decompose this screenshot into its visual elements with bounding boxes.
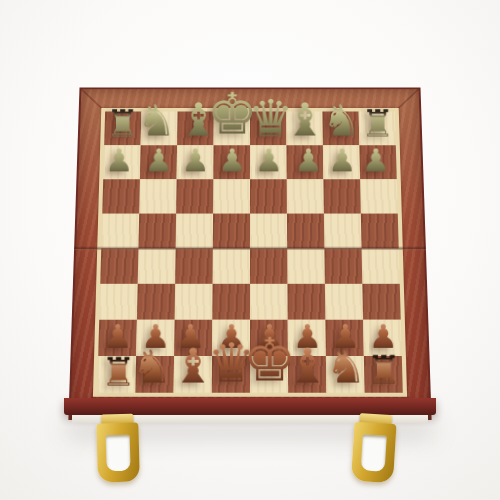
square-e5[interactable]: [250, 214, 287, 249]
square-e6[interactable]: [250, 179, 287, 213]
square-b1[interactable]: ♞: [135, 356, 174, 393]
square-h1[interactable]: ♜: [364, 356, 403, 393]
square-c5[interactable]: [176, 214, 213, 249]
square-c7[interactable]: ♟: [177, 145, 214, 179]
bronze-pawn-h7[interactable]: ♟: [361, 145, 389, 177]
square-h4[interactable]: [362, 248, 400, 283]
square-e3[interactable]: [250, 284, 288, 320]
square-d3[interactable]: [212, 284, 250, 320]
square-d4[interactable]: [213, 248, 250, 283]
square-c6[interactable]: [176, 179, 213, 213]
square-c3[interactable]: [175, 284, 213, 320]
bronze-knight-b8[interactable]: ♞: [137, 99, 176, 142]
bronze-pawn-f7[interactable]: ♟: [294, 145, 322, 177]
bronze-rook-a8[interactable]: ♜: [106, 105, 140, 142]
square-b6[interactable]: [139, 179, 176, 213]
square-f4[interactable]: [287, 248, 325, 283]
square-b7[interactable]: ♟: [140, 145, 177, 179]
square-g1[interactable]: ♞: [326, 356, 365, 393]
square-d6[interactable]: [213, 179, 250, 213]
square-d8[interactable]: ♚: [214, 112, 250, 146]
square-c4[interactable]: [175, 248, 213, 283]
square-a7[interactable]: ♟: [103, 145, 140, 179]
board-front-edge: [64, 398, 436, 415]
square-d7[interactable]: ♟: [213, 145, 250, 179]
square-b8[interactable]: ♞: [141, 112, 178, 146]
square-g5[interactable]: [324, 214, 362, 249]
square-g8[interactable]: ♞: [322, 112, 359, 146]
square-c1[interactable]: ♝: [174, 356, 212, 393]
copper-rook-a1[interactable]: ♜: [101, 353, 136, 392]
square-g3[interactable]: [325, 284, 363, 320]
square-b4[interactable]: [138, 248, 176, 283]
clasp-hole: [361, 434, 387, 471]
bronze-rook-h8[interactable]: ♜: [361, 105, 395, 142]
square-g6[interactable]: [323, 179, 360, 213]
square-g7[interactable]: ♟: [323, 145, 360, 179]
board-grid: ♜♞♝♚♛♝♞♜♟♟♟♟♟♟♟♟♟♟♟♟♟♟♟♟♜♞♝♛♚♝♞♜: [97, 112, 403, 393]
photo-background: ♜♞♝♚♛♝♞♜♟♟♟♟♟♟♟♟♟♟♟♟♟♟♟♟♜♞♝♛♚♝♞♜: [0, 0, 500, 500]
bronze-queen-e8[interactable]: ♛: [247, 93, 293, 144]
square-a1[interactable]: ♜: [97, 356, 136, 393]
square-f5[interactable]: [287, 214, 324, 249]
clasp-hole: [106, 435, 131, 472]
bronze-pawn-c7[interactable]: ♟: [181, 145, 209, 177]
chess-set: ♜♞♝♚♛♝♞♜♟♟♟♟♟♟♟♟♟♟♟♟♟♟♟♟♜♞♝♛♚♝♞♜: [68, 87, 431, 420]
copper-rook-h1[interactable]: ♜: [366, 351, 401, 390]
bronze-pawn-d7[interactable]: ♟: [217, 145, 245, 177]
square-f1[interactable]: ♝: [288, 356, 326, 393]
square-b3[interactable]: [137, 284, 175, 320]
brass-clasp-left: [96, 413, 140, 482]
bronze-pawn-a7[interactable]: ♟: [104, 145, 132, 177]
board-border: ♜♞♝♚♛♝♞♜♟♟♟♟♟♟♟♟♟♟♟♟♟♟♟♟♜♞♝♛♚♝♞♜: [93, 108, 407, 397]
square-h5[interactable]: [361, 214, 399, 249]
square-a5[interactable]: [101, 214, 139, 249]
bronze-knight-g8[interactable]: ♞: [322, 99, 361, 142]
square-e7[interactable]: ♟: [250, 145, 287, 179]
square-h8[interactable]: ♜: [359, 112, 396, 146]
copper-pawn-a2[interactable]: ♟: [103, 320, 132, 353]
square-h7[interactable]: ♟: [359, 145, 396, 179]
square-e4[interactable]: [250, 248, 287, 283]
copper-bishop-f1[interactable]: ♝: [286, 342, 329, 389]
bronze-pawn-e7[interactable]: ♟: [254, 145, 282, 177]
square-h6[interactable]: [360, 179, 398, 213]
square-h3[interactable]: [362, 284, 400, 320]
copper-knight-b1[interactable]: ♞: [131, 344, 172, 389]
square-a8[interactable]: ♜: [104, 112, 141, 146]
square-f7[interactable]: ♟: [286, 145, 323, 179]
square-a3[interactable]: [99, 284, 137, 320]
bronze-pawn-g7[interactable]: ♟: [327, 145, 355, 177]
square-f6[interactable]: [287, 179, 324, 213]
square-e8[interactable]: ♛: [250, 112, 286, 146]
square-e1[interactable]: ♚: [250, 356, 288, 393]
square-g4[interactable]: [324, 248, 362, 283]
square-f3[interactable]: [287, 284, 325, 320]
copper-knight-g1[interactable]: ♞: [325, 344, 366, 389]
square-d5[interactable]: [213, 214, 250, 249]
square-b5[interactable]: [138, 214, 176, 249]
square-a4[interactable]: [100, 248, 138, 283]
bronze-pawn-b7[interactable]: ♟: [144, 145, 172, 177]
brass-clasp-right: [351, 413, 397, 483]
square-a6[interactable]: [102, 179, 140, 213]
board-frame: ♜♞♝♚♛♝♞♜♟♟♟♟♟♟♟♟♟♟♟♟♟♟♟♟♜♞♝♛♚♝♞♜: [68, 87, 431, 420]
